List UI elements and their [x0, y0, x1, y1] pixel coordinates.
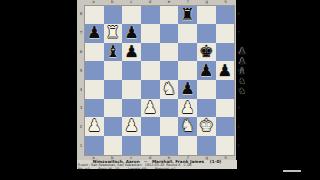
square-c4[interactable] — [122, 80, 141, 99]
white-knight-piece[interactable]: ♞ — [162, 81, 177, 98]
square-f7[interactable] — [178, 24, 197, 43]
square-e8[interactable] — [160, 6, 179, 25]
square-h3[interactable] — [216, 99, 235, 118]
square-g4[interactable] — [197, 80, 216, 99]
square-e5[interactable] — [160, 61, 179, 80]
tray-white-knight-icon: ♘ — [238, 76, 246, 86]
square-e6[interactable] — [160, 43, 179, 62]
black-bishop-piece[interactable]: ♝ — [106, 44, 121, 61]
square-a2[interactable]: ♟ — [85, 117, 104, 136]
black-pawn-piece[interactable]: ♟ — [124, 44, 139, 61]
square-h8[interactable] — [216, 6, 235, 25]
square-b5[interactable] — [104, 61, 123, 80]
square-c1[interactable] — [122, 136, 141, 155]
tray-black-bishop-icon: ♝ — [238, 66, 246, 76]
square-h7[interactable] — [216, 24, 235, 43]
square-d5[interactable] — [141, 61, 160, 80]
game-caption: Nimzowitsch, Aaron -- Marshall, Frank Ja… — [77, 160, 237, 169]
white-pawn-piece[interactable]: ♟ — [87, 118, 102, 135]
white-pawn-piece[interactable]: ♟ — [180, 100, 195, 117]
black-pawn-piece[interactable]: ♟ — [124, 25, 139, 42]
square-f5[interactable] — [178, 61, 197, 80]
square-c6[interactable]: ♟ — [122, 43, 141, 62]
square-h4[interactable] — [216, 80, 235, 99]
square-d8[interactable] — [141, 6, 160, 25]
white-knight-piece[interactable]: ♞ — [180, 118, 195, 135]
square-a8[interactable] — [85, 6, 104, 25]
square-h6[interactable] — [216, 43, 235, 62]
rank-label-1: 1 — [236, 137, 242, 156]
tray-black-pawn-icon: ♟ — [238, 46, 246, 56]
video-artifact-dash — [283, 170, 301, 172]
square-b3[interactable] — [104, 99, 123, 118]
square-b4[interactable] — [104, 80, 123, 99]
square-c8[interactable] — [122, 6, 141, 25]
square-e3[interactable] — [160, 99, 179, 118]
square-a6[interactable] — [85, 43, 104, 62]
square-d4[interactable] — [141, 80, 160, 99]
square-e1[interactable] — [160, 136, 179, 155]
square-d2[interactable] — [141, 117, 160, 136]
square-e4[interactable]: ♞ — [160, 80, 179, 99]
square-a4[interactable] — [85, 80, 104, 99]
rank-label-2: 2 — [236, 118, 242, 137]
square-f3[interactable]: ♟ — [178, 99, 197, 118]
square-f4[interactable]: ♟ — [178, 80, 197, 99]
white-pawn-piece[interactable]: ♟ — [143, 100, 158, 117]
square-e7[interactable] — [160, 24, 179, 43]
square-g2[interactable]: ♚ — [197, 117, 216, 136]
square-c2[interactable]: ♟ — [122, 117, 141, 136]
square-f1[interactable] — [178, 136, 197, 155]
square-h2[interactable] — [216, 117, 235, 136]
black-pawn-piece[interactable]: ♟ — [217, 63, 232, 80]
rank-label-7: 7 — [236, 23, 242, 42]
black-pawn-piece[interactable]: ♟ — [199, 63, 214, 80]
square-d1[interactable] — [141, 136, 160, 155]
square-h1[interactable] — [216, 136, 235, 155]
chess-board[interactable]: ♜♟♜♟♝♟♚♟♟♞♟♟♟♟♟♞♚ — [84, 5, 235, 156]
square-e2[interactable] — [160, 117, 179, 136]
square-f6[interactable] — [178, 43, 197, 62]
square-a3[interactable] — [85, 99, 104, 118]
black-king-piece[interactable]: ♚ — [199, 44, 214, 61]
square-h5[interactable]: ♟ — [216, 61, 235, 80]
square-a7[interactable]: ♟ — [85, 24, 104, 43]
square-g6[interactable]: ♚ — [197, 43, 216, 62]
rank-label-8: 8 — [236, 5, 242, 24]
square-g8[interactable] — [197, 6, 216, 25]
square-g5[interactable]: ♟ — [197, 61, 216, 80]
square-b2[interactable] — [104, 117, 123, 136]
square-b6[interactable]: ♝ — [104, 43, 123, 62]
black-pawn-piece[interactable]: ♟ — [87, 25, 102, 42]
tray-black-pawn-icon: ♟ — [238, 56, 246, 66]
square-a5[interactable] — [85, 61, 104, 80]
square-d6[interactable] — [141, 43, 160, 62]
square-b7[interactable]: ♜ — [104, 24, 123, 43]
square-b8[interactable] — [104, 6, 123, 25]
square-f8[interactable]: ♜ — [178, 6, 197, 25]
black-pawn-piece[interactable]: ♟ — [180, 81, 195, 98]
square-g3[interactable] — [197, 99, 216, 118]
tray-white-knight-icon: ♘ — [238, 86, 246, 96]
rank-label-3: 3 — [236, 99, 242, 118]
square-a1[interactable] — [85, 136, 104, 155]
white-rook-piece[interactable]: ♜ — [106, 25, 121, 42]
square-c5[interactable] — [122, 61, 141, 80]
square-c7[interactable]: ♟ — [122, 24, 141, 43]
square-d3[interactable]: ♟ — [141, 99, 160, 118]
white-pawn-piece[interactable]: ♟ — [124, 118, 139, 135]
stats-line: Plt: +0 Back: W. -10 Length: 49 Material… — [77, 168, 237, 172]
square-c3[interactable] — [122, 99, 141, 118]
square-b1[interactable] — [104, 136, 123, 155]
square-g7[interactable] — [197, 24, 216, 43]
captured-material-tray: ♟♟♝♘♘ — [237, 46, 247, 96]
white-king-piece[interactable]: ♚ — [199, 118, 214, 135]
square-g1[interactable] — [197, 136, 216, 155]
square-d7[interactable] — [141, 24, 160, 43]
black-rook-piece[interactable]: ♜ — [180, 7, 195, 24]
square-f2[interactable]: ♞ — [178, 117, 197, 136]
